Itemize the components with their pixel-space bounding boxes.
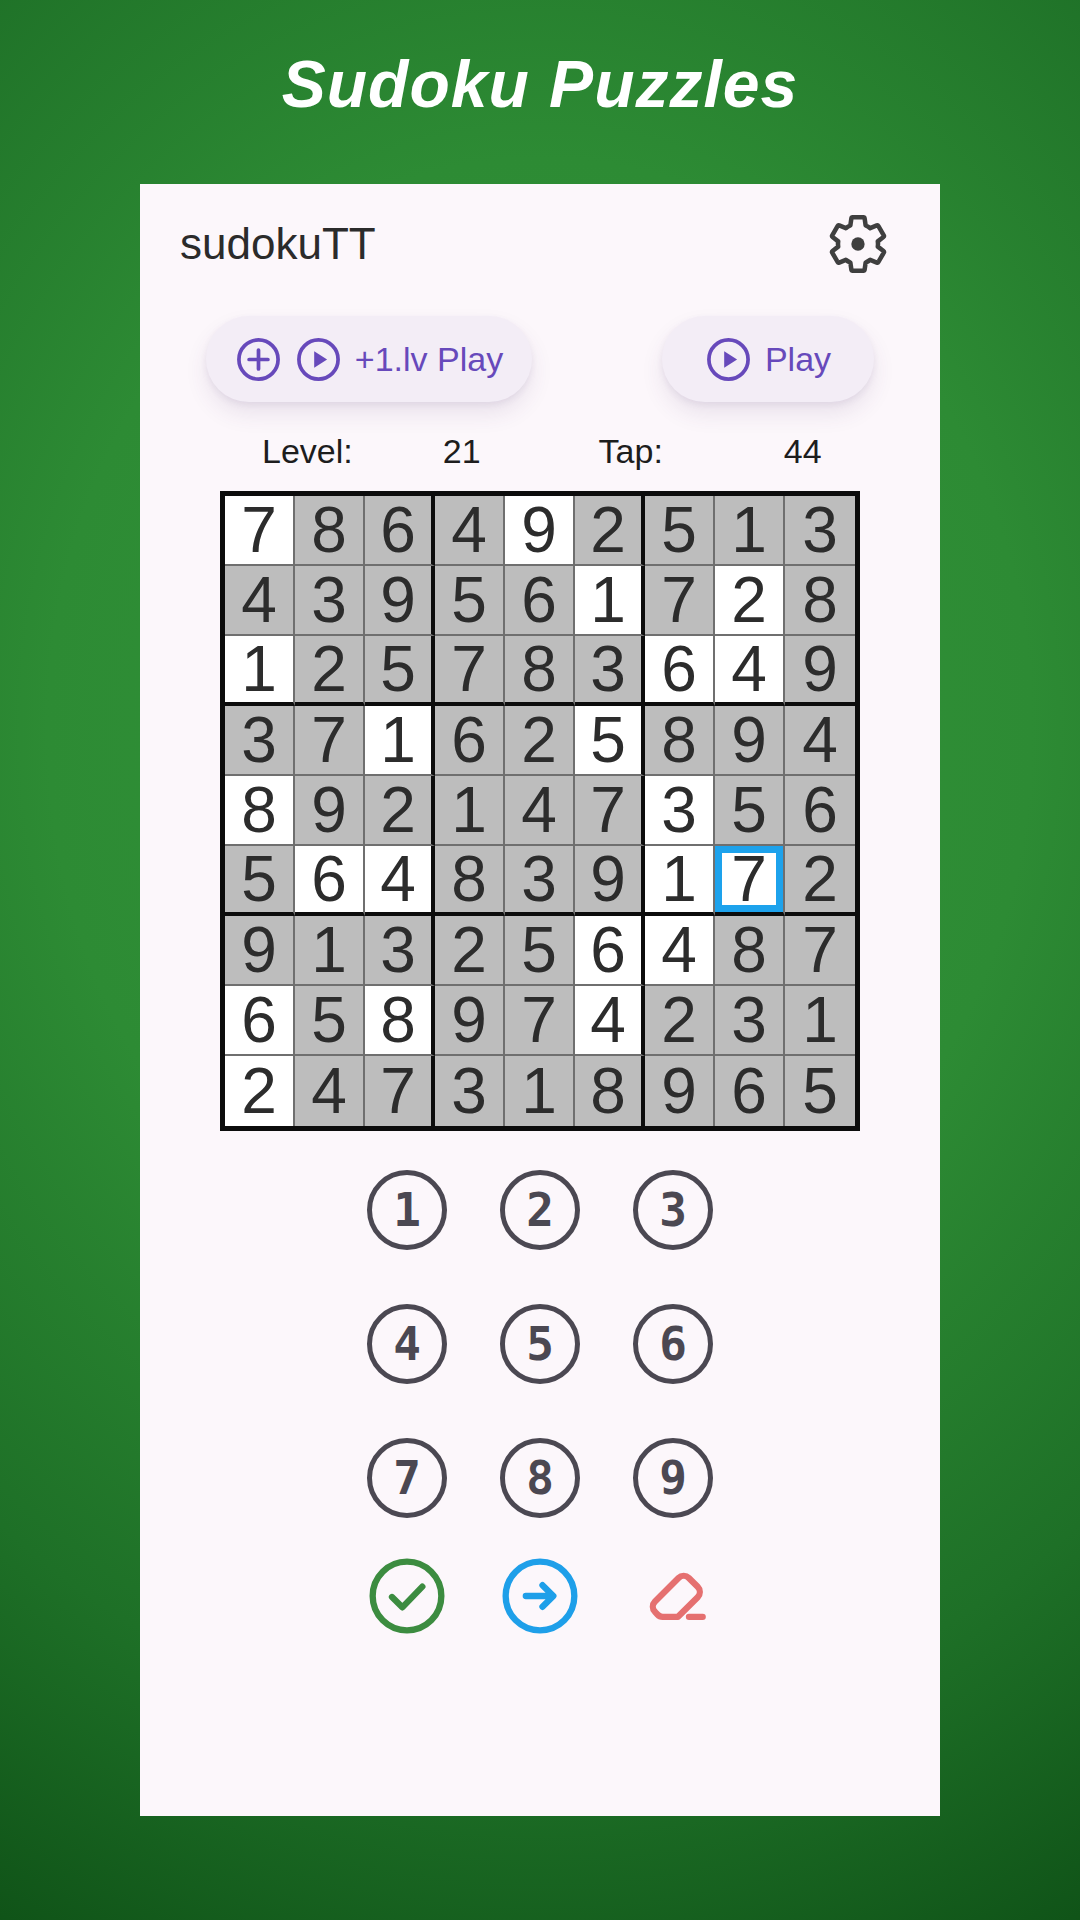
cell-r2c7[interactable]: 7 xyxy=(645,566,715,636)
app-title: sudokuTT xyxy=(180,219,376,269)
cell-r5c8[interactable]: 5 xyxy=(715,776,785,846)
cell-r1c2[interactable]: 8 xyxy=(295,496,365,566)
cell-r6c9[interactable]: 2 xyxy=(785,846,855,916)
cell-r6c4[interactable]: 8 xyxy=(435,846,505,916)
numpad-4[interactable]: 4 xyxy=(367,1304,447,1384)
erase-button[interactable] xyxy=(633,1556,713,1636)
cell-r6c1[interactable]: 5 xyxy=(225,846,295,916)
cell-r9c8[interactable]: 6 xyxy=(715,1056,785,1126)
plus-circle-icon xyxy=(235,336,282,383)
cell-r7c8[interactable]: 8 xyxy=(715,916,785,986)
cell-r3c5[interactable]: 8 xyxy=(505,636,575,706)
cell-r3c3[interactable]: 5 xyxy=(365,636,435,706)
cell-r8c9[interactable]: 1 xyxy=(785,986,855,1056)
cell-r8c5[interactable]: 7 xyxy=(505,986,575,1056)
cell-r5c5[interactable]: 4 xyxy=(505,776,575,846)
settings-button[interactable] xyxy=(826,212,890,276)
cell-r7c5[interactable]: 5 xyxy=(505,916,575,986)
cell-r1c5[interactable]: 9 xyxy=(505,496,575,566)
cell-r5c2[interactable]: 9 xyxy=(295,776,365,846)
cell-r5c3[interactable]: 2 xyxy=(365,776,435,846)
cell-r2c3[interactable]: 9 xyxy=(365,566,435,636)
cell-r8c4[interactable]: 9 xyxy=(435,986,505,1056)
cell-r6c2[interactable]: 6 xyxy=(295,846,365,916)
sudoku-board: 7864925134395617281257836493716258948921… xyxy=(220,491,860,1131)
cell-r1c8[interactable]: 1 xyxy=(715,496,785,566)
play-circle-icon xyxy=(295,336,342,383)
cell-r7c1[interactable]: 9 xyxy=(225,916,295,986)
button-row: +1.lv Play Play xyxy=(140,316,940,402)
cell-r3c4[interactable]: 7 xyxy=(435,636,505,706)
cell-r4c4[interactable]: 6 xyxy=(435,706,505,776)
cell-r6c5[interactable]: 3 xyxy=(505,846,575,916)
lv-play-label: +1.lv Play xyxy=(355,340,503,379)
cell-r2c6[interactable]: 1 xyxy=(575,566,645,636)
tap-value: 44 xyxy=(784,432,822,471)
cell-r4c7[interactable]: 8 xyxy=(645,706,715,776)
cell-r9c5[interactable]: 1 xyxy=(505,1056,575,1126)
cell-r2c2[interactable]: 3 xyxy=(295,566,365,636)
cell-r1c9[interactable]: 3 xyxy=(785,496,855,566)
check-circle-icon xyxy=(367,1556,447,1636)
cell-r4c3[interactable]: 1 xyxy=(365,706,435,776)
play-label: Play xyxy=(765,340,831,379)
cell-r4c5[interactable]: 2 xyxy=(505,706,575,776)
action-row xyxy=(140,1556,940,1636)
app-card: sudokuTT +1.lv Play Play xyxy=(140,184,940,1816)
cell-r1c4[interactable]: 4 xyxy=(435,496,505,566)
cell-r4c8[interactable]: 9 xyxy=(715,706,785,776)
cell-r9c6[interactable]: 8 xyxy=(575,1056,645,1126)
level-label: Level: xyxy=(262,432,353,471)
cell-r3c2[interactable]: 2 xyxy=(295,636,365,706)
cell-r5c9[interactable]: 6 xyxy=(785,776,855,846)
numpad-9[interactable]: 9 xyxy=(633,1438,713,1518)
cell-r5c4[interactable]: 1 xyxy=(435,776,505,846)
cell-r5c7[interactable]: 3 xyxy=(645,776,715,846)
cell-r3c7[interactable]: 6 xyxy=(645,636,715,706)
cell-r9c1[interactable]: 2 xyxy=(225,1056,295,1126)
cell-r3c8[interactable]: 4 xyxy=(715,636,785,706)
numpad-2[interactable]: 2 xyxy=(500,1170,580,1250)
cell-r8c1[interactable]: 6 xyxy=(225,986,295,1056)
stats-row: Level: 21 Tap: 44 xyxy=(140,432,940,471)
tap-label: Tap: xyxy=(599,432,663,471)
cell-r9c3[interactable]: 7 xyxy=(365,1056,435,1126)
cell-r7c6[interactable]: 6 xyxy=(575,916,645,986)
arrow-right-circle-icon xyxy=(500,1556,580,1636)
numpad-1[interactable]: 1 xyxy=(367,1170,447,1250)
next-button[interactable] xyxy=(500,1556,580,1636)
cell-r7c7[interactable]: 4 xyxy=(645,916,715,986)
cell-r5c6[interactable]: 7 xyxy=(575,776,645,846)
page-title: Sudoku Puzzles xyxy=(0,0,1080,122)
cell-r5c1[interactable]: 8 xyxy=(225,776,295,846)
cell-r2c1[interactable]: 4 xyxy=(225,566,295,636)
cell-r1c7[interactable]: 5 xyxy=(645,496,715,566)
cell-r3c6[interactable]: 3 xyxy=(575,636,645,706)
cell-r4c9[interactable]: 4 xyxy=(785,706,855,776)
cell-r3c1[interactable]: 1 xyxy=(225,636,295,706)
cell-r4c2[interactable]: 7 xyxy=(295,706,365,776)
numpad-8[interactable]: 8 xyxy=(500,1438,580,1518)
numpad-5[interactable]: 5 xyxy=(500,1304,580,1384)
confirm-button[interactable] xyxy=(367,1556,447,1636)
cell-r7c9[interactable]: 7 xyxy=(785,916,855,986)
cell-r1c6[interactable]: 2 xyxy=(575,496,645,566)
cell-r7c2[interactable]: 1 xyxy=(295,916,365,986)
numpad-6[interactable]: 6 xyxy=(633,1304,713,1384)
cell-r2c9[interactable]: 8 xyxy=(785,566,855,636)
numpad-7[interactable]: 7 xyxy=(367,1438,447,1518)
cell-r2c5[interactable]: 6 xyxy=(505,566,575,636)
gear-icon xyxy=(826,212,890,276)
cell-r6c8[interactable]: 7 xyxy=(715,846,785,916)
cell-r2c8[interactable]: 2 xyxy=(715,566,785,636)
numpad-3[interactable]: 3 xyxy=(633,1170,713,1250)
cell-r6c7[interactable]: 1 xyxy=(645,846,715,916)
eraser-icon xyxy=(633,1556,713,1636)
play-button[interactable]: Play xyxy=(662,316,874,402)
level-value: 21 xyxy=(443,432,481,471)
cell-r4c6[interactable]: 5 xyxy=(575,706,645,776)
cell-r9c9[interactable]: 5 xyxy=(785,1056,855,1126)
cell-r7c3[interactable]: 3 xyxy=(365,916,435,986)
cell-r1c1[interactable]: 7 xyxy=(225,496,295,566)
lv-play-button[interactable]: +1.lv Play xyxy=(206,316,532,402)
cell-r9c7[interactable]: 9 xyxy=(645,1056,715,1126)
cell-r7c4[interactable]: 2 xyxy=(435,916,505,986)
cell-r6c3[interactable]: 4 xyxy=(365,846,435,916)
cell-r8c7[interactable]: 2 xyxy=(645,986,715,1056)
card-header: sudokuTT xyxy=(140,184,940,276)
cell-r9c2[interactable]: 4 xyxy=(295,1056,365,1126)
cell-r6c6[interactable]: 9 xyxy=(575,846,645,916)
cell-r9c4[interactable]: 3 xyxy=(435,1056,505,1126)
cell-r8c6[interactable]: 4 xyxy=(575,986,645,1056)
cell-r8c8[interactable]: 3 xyxy=(715,986,785,1056)
cell-r8c3[interactable]: 8 xyxy=(365,986,435,1056)
cell-r8c2[interactable]: 5 xyxy=(295,986,365,1056)
cell-r4c1[interactable]: 3 xyxy=(225,706,295,776)
cell-r1c3[interactable]: 6 xyxy=(365,496,435,566)
play-circle-icon xyxy=(705,336,752,383)
cell-r2c4[interactable]: 5 xyxy=(435,566,505,636)
numpad: 123456789 xyxy=(140,1170,940,1518)
cell-r3c9[interactable]: 9 xyxy=(785,636,855,706)
